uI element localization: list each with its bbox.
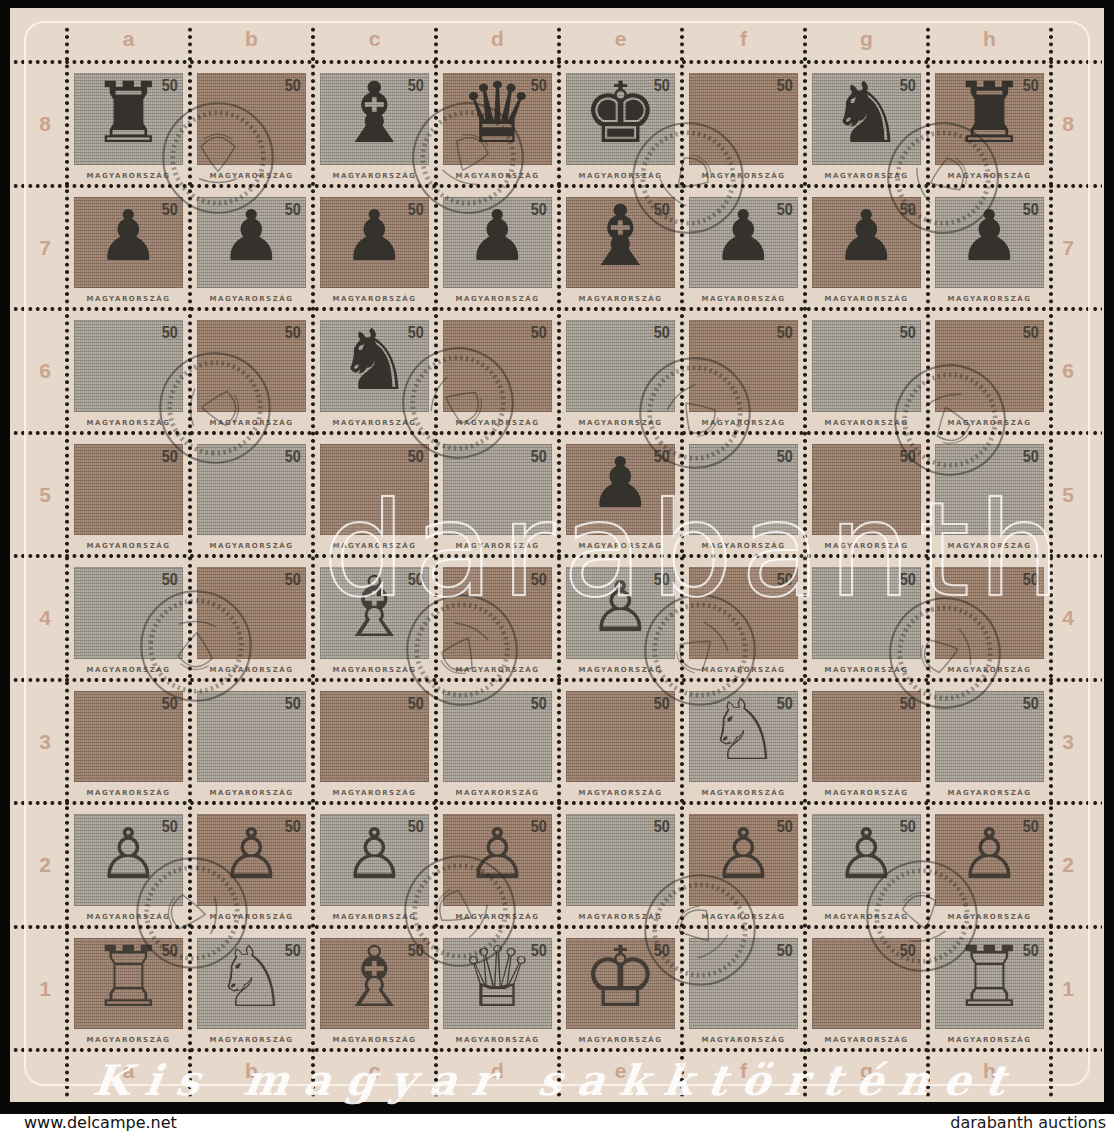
stamp-country-name: MAGYARORSZÁG <box>805 295 928 303</box>
stamp-country-name: MAGYARORSZÁG <box>682 666 805 674</box>
dark-square-design: 50♟ <box>74 197 183 289</box>
light-square-design: 50♗ <box>320 567 429 659</box>
stamp-square-h3: 50MAGYARORSZÁG <box>928 680 1051 804</box>
file-label-top-a: a <box>109 27 149 51</box>
perforation-column-4 <box>556 26 562 1100</box>
piece-white-bishop: ♗ <box>320 567 429 647</box>
stamp-square-d6: 50MAGYARORSZÁG <box>436 309 559 433</box>
dark-square-design: 50 <box>812 691 921 783</box>
stamp-denomination: 50 <box>654 694 670 714</box>
dark-square-design: 50 <box>566 691 675 783</box>
dark-square-design: 50 <box>74 691 183 783</box>
stamp-country-name: MAGYARORSZÁG <box>559 789 682 797</box>
piece-white-pawn: ♙ <box>935 814 1044 894</box>
dark-square-design: 50 <box>197 320 306 412</box>
stamp-square-g6: 50MAGYARORSZÁG <box>805 309 928 433</box>
light-square-design: 50♟ <box>935 197 1044 289</box>
stamp-square-d2: 50♙MAGYARORSZÁG <box>436 803 559 927</box>
light-square-design: 50♙ <box>320 814 429 906</box>
dark-square-design: 50♝ <box>566 197 675 289</box>
rank-label-left-6: 6 <box>25 359 65 383</box>
stamp-square-h5: 50MAGYARORSZÁG <box>928 433 1051 557</box>
stamp-country-name: MAGYARORSZÁG <box>190 1036 313 1044</box>
rank-label-left-7: 7 <box>25 236 65 260</box>
stamp-square-a3: 50MAGYARORSZÁG <box>67 680 190 804</box>
perforation-row-4 <box>12 553 1102 559</box>
stamp-country-name: MAGYARORSZÁG <box>928 1036 1051 1044</box>
stamp-denomination: 50 <box>531 694 547 714</box>
footer-left-text: www.delcampe.net <box>24 1113 177 1132</box>
file-label-bottom-a: a <box>109 1059 149 1083</box>
stamp-square-g7: 50♟MAGYARORSZÁG <box>805 186 928 310</box>
piece-black-knight: ♞ <box>812 73 921 153</box>
stamp-denomination: 50 <box>162 447 178 467</box>
stamp-denomination: 50 <box>654 817 670 837</box>
stamp-country-name: MAGYARORSZÁG <box>67 542 190 550</box>
piece-black-pawn: ♟ <box>197 197 306 277</box>
stamp-denomination: 50 <box>900 323 916 343</box>
light-square-design: 50 <box>812 567 921 659</box>
file-label-bottom-h: h <box>970 1059 1010 1083</box>
stamp-country-name: MAGYARORSZÁG <box>190 419 313 427</box>
perforation-column-3 <box>433 26 439 1100</box>
stamp-country-name: MAGYARORSZÁG <box>436 666 559 674</box>
stamp-square-b5: 50MAGYARORSZÁG <box>190 433 313 557</box>
dark-square-design: 50♟ <box>566 444 675 536</box>
rank-label-right-1: 1 <box>1048 977 1088 1001</box>
piece-white-pawn: ♙ <box>74 814 183 894</box>
file-label-bottom-b: b <box>232 1059 272 1083</box>
rank-label-right-7: 7 <box>1048 236 1088 260</box>
piece-white-pawn: ♙ <box>566 567 675 647</box>
perforation-column-6 <box>802 26 808 1100</box>
stamp-denomination: 50 <box>900 447 916 467</box>
piece-black-king: ♚ <box>566 73 675 153</box>
dark-square-design: 50♖ <box>74 938 183 1030</box>
light-square-design: 50♘ <box>689 691 798 783</box>
stamp-denomination: 50 <box>777 941 793 961</box>
piece-white-pawn: ♙ <box>812 814 921 894</box>
stamp-denomination: 50 <box>408 694 424 714</box>
stamp-country-name: MAGYARORSZÁG <box>67 295 190 303</box>
file-label-top-h: h <box>970 27 1010 51</box>
stamp-denomination: 50 <box>162 570 178 590</box>
stamp-square-a6: 50MAGYARORSZÁG <box>67 309 190 433</box>
stamp-country-name: MAGYARORSZÁG <box>928 666 1051 674</box>
stamp-country-name: MAGYARORSZÁG <box>682 172 805 180</box>
dark-square-design: 50 <box>935 320 1044 412</box>
stamp-denomination: 50 <box>777 323 793 343</box>
stamp-square-c5: 50MAGYARORSZÁG <box>313 433 436 557</box>
stamp-country-name: MAGYARORSZÁG <box>313 789 436 797</box>
stamp-country-name: MAGYARORSZÁG <box>559 542 682 550</box>
light-square-design: 50 <box>443 444 552 536</box>
rank-label-right-6: 6 <box>1048 359 1088 383</box>
stamp-square-c4: 50♗MAGYARORSZÁG <box>313 556 436 680</box>
piece-white-king: ♔ <box>566 938 675 1018</box>
dark-square-design: 50 <box>689 73 798 165</box>
stamp-country-name: MAGYARORSZÁG <box>682 1036 805 1044</box>
piece-white-bishop: ♗ <box>320 938 429 1018</box>
rank-label-right-8: 8 <box>1048 112 1088 136</box>
stamp-square-d7: 50♟MAGYARORSZÁG <box>436 186 559 310</box>
stamp-denomination: 50 <box>654 323 670 343</box>
stamp-country-name: MAGYARORSZÁG <box>682 295 805 303</box>
stamp-square-e3: 50MAGYARORSZÁG <box>559 680 682 804</box>
stamp-denomination: 50 <box>408 447 424 467</box>
stamp-country-name: MAGYARORSZÁG <box>928 913 1051 921</box>
stamp-country-name: MAGYARORSZÁG <box>67 419 190 427</box>
stamp-country-name: MAGYARORSZÁG <box>313 666 436 674</box>
piece-white-rook: ♖ <box>74 938 183 1018</box>
stamp-country-name: MAGYARORSZÁG <box>436 419 559 427</box>
stamp-country-name: MAGYARORSZÁG <box>67 1036 190 1044</box>
stamp-square-e6: 50MAGYARORSZÁG <box>559 309 682 433</box>
stamp-country-name: MAGYARORSZÁG <box>559 419 682 427</box>
stamp-square-h8: 50♜MAGYARORSZÁG <box>928 62 1051 186</box>
stamp-country-name: MAGYARORSZÁG <box>190 666 313 674</box>
perforation-column-2 <box>310 26 316 1100</box>
light-square-design: 50♟ <box>443 197 552 289</box>
stamp-square-f1: 50MAGYARORSZÁG <box>682 927 805 1051</box>
rank-label-right-4: 4 <box>1048 606 1088 630</box>
stamp-denomination: 50 <box>1023 694 1039 714</box>
stamp-country-name: MAGYARORSZÁG <box>313 419 436 427</box>
light-square-design: 50 <box>689 938 798 1030</box>
perforation-column-5 <box>679 26 685 1100</box>
dark-square-design: 50♙ <box>935 814 1044 906</box>
stamp-square-b3: 50MAGYARORSZÁG <box>190 680 313 804</box>
light-square-design: 50♜ <box>74 73 183 165</box>
piece-white-pawn: ♙ <box>689 814 798 894</box>
stamp-square-c3: 50MAGYARORSZÁG <box>313 680 436 804</box>
stamp-country-name: MAGYARORSZÁG <box>559 913 682 921</box>
rank-label-left-1: 1 <box>25 977 65 1001</box>
stamp-square-d8: 50♛MAGYARORSZÁG <box>436 62 559 186</box>
footer-right-text: darabanth auctions <box>950 1113 1106 1132</box>
piece-white-pawn: ♙ <box>443 814 552 894</box>
stamp-country-name: MAGYARORSZÁG <box>436 789 559 797</box>
stamp-square-c1: 50♗MAGYARORSZÁG <box>313 927 436 1051</box>
stamp-country-name: MAGYARORSZÁG <box>313 913 436 921</box>
piece-black-pawn: ♟ <box>74 197 183 277</box>
stamp-country-name: MAGYARORSZÁG <box>805 666 928 674</box>
stamp-denomination: 50 <box>285 76 301 96</box>
light-square-design: 50 <box>197 444 306 536</box>
stamp-square-h4: 50MAGYARORSZÁG <box>928 556 1051 680</box>
stamp-square-g1: 50MAGYARORSZÁG <box>805 927 928 1051</box>
stamp-denomination: 50 <box>777 76 793 96</box>
piece-black-knight: ♞ <box>320 320 429 400</box>
stamp-square-g5: 50MAGYARORSZÁG <box>805 433 928 557</box>
perforation-row-8 <box>12 1047 1102 1053</box>
stamp-country-name: MAGYARORSZÁG <box>805 172 928 180</box>
stamp-square-g8: 50♞MAGYARORSZÁG <box>805 62 928 186</box>
stamp-square-e4: 50♙MAGYARORSZÁG <box>559 556 682 680</box>
stamp-country-name: MAGYARORSZÁG <box>313 542 436 550</box>
light-square-design: 50♙ <box>566 567 675 659</box>
file-label-bottom-g: g <box>847 1059 887 1083</box>
rank-label-left-2: 2 <box>25 853 65 877</box>
stamp-square-h2: 50♙MAGYARORSZÁG <box>928 803 1051 927</box>
light-square-design: 50 <box>812 320 921 412</box>
stamp-country-name: MAGYARORSZÁG <box>805 1036 928 1044</box>
light-square-design: 50 <box>566 320 675 412</box>
piece-white-queen: ♕ <box>443 938 552 1018</box>
stamp-denomination: 50 <box>285 570 301 590</box>
stamp-square-c7: 50♟MAGYARORSZÁG <box>313 186 436 310</box>
piece-white-knight: ♘ <box>197 938 306 1018</box>
stamp-country-name: MAGYARORSZÁG <box>682 542 805 550</box>
stamp-country-name: MAGYARORSZÁG <box>190 172 313 180</box>
dark-square-design: 50♗ <box>320 938 429 1030</box>
footer-strip: www.delcampe.net darabanth auctions <box>0 1114 1114 1132</box>
stamp-square-d5: 50MAGYARORSZÁG <box>436 433 559 557</box>
stamp-sheet-photo: 50♜MAGYARORSZÁG50MAGYARORSZÁG50♝MAGYAROR… <box>0 0 1114 1132</box>
piece-black-pawn: ♟ <box>812 197 921 277</box>
file-label-top-g: g <box>847 27 887 51</box>
stamp-square-a2: 50♙MAGYARORSZÁG <box>67 803 190 927</box>
stamp-square-f6: 50MAGYARORSZÁG <box>682 309 805 433</box>
stamp-country-name: MAGYARORSZÁG <box>682 913 805 921</box>
dark-square-design: 50 <box>320 444 429 536</box>
stamp-square-d1: 50♕MAGYARORSZÁG <box>436 927 559 1051</box>
stamp-square-a5: 50MAGYARORSZÁG <box>67 433 190 557</box>
stamp-square-g4: 50MAGYARORSZÁG <box>805 556 928 680</box>
rank-label-right-5: 5 <box>1048 483 1088 507</box>
light-square-design: 50♙ <box>812 814 921 906</box>
stamp-country-name: MAGYARORSZÁG <box>67 789 190 797</box>
stamp-denomination: 50 <box>900 941 916 961</box>
stamp-square-b4: 50MAGYARORSZÁG <box>190 556 313 680</box>
stamp-country-name: MAGYARORSZÁG <box>67 666 190 674</box>
stamp-country-name: MAGYARORSZÁG <box>190 789 313 797</box>
dark-square-design: 50 <box>812 938 921 1030</box>
stamp-denomination: 50 <box>777 570 793 590</box>
stamp-square-f5: 50MAGYARORSZÁG <box>682 433 805 557</box>
dark-square-design: 50♙ <box>443 814 552 906</box>
rank-label-left-3: 3 <box>25 730 65 754</box>
stamp-square-e1: 50♔MAGYARORSZÁG <box>559 927 682 1051</box>
stamp-denomination: 50 <box>900 694 916 714</box>
dark-square-design: 50 <box>689 567 798 659</box>
dark-square-design: 50 <box>443 320 552 412</box>
light-square-design: 50♚ <box>566 73 675 165</box>
stamp-square-e8: 50♚MAGYARORSZÁG <box>559 62 682 186</box>
file-label-top-d: d <box>478 27 518 51</box>
dark-square-design: 50♟ <box>812 197 921 289</box>
stamp-square-b1: 50♘MAGYARORSZÁG <box>190 927 313 1051</box>
perforation-column-7 <box>925 26 931 1100</box>
piece-white-rook: ♖ <box>935 938 1044 1018</box>
stamp-denomination: 50 <box>531 323 547 343</box>
piece-black-queen: ♛ <box>443 73 552 153</box>
stamp-country-name: MAGYARORSZÁG <box>805 913 928 921</box>
piece-black-pawn: ♟ <box>689 197 798 277</box>
stamp-denomination: 50 <box>777 447 793 467</box>
stamp-country-name: MAGYARORSZÁG <box>190 913 313 921</box>
stamp-denomination: 50 <box>1023 570 1039 590</box>
stamp-square-b2: 50♙MAGYARORSZÁG <box>190 803 313 927</box>
stamp-country-name: MAGYARORSZÁG <box>436 542 559 550</box>
file-label-top-e: e <box>601 27 641 51</box>
dark-square-design: 50 <box>197 73 306 165</box>
stamp-square-a4: 50MAGYARORSZÁG <box>67 556 190 680</box>
light-square-design: 50♙ <box>74 814 183 906</box>
stamp-square-c2: 50♙MAGYARORSZÁG <box>313 803 436 927</box>
dark-square-design: 50♔ <box>566 938 675 1030</box>
stamp-square-c6: 50♞MAGYARORSZÁG <box>313 309 436 433</box>
stamp-sheet: 50♜MAGYARORSZÁG50MAGYARORSZÁG50♝MAGYAROR… <box>10 8 1104 1102</box>
stamp-denomination: 50 <box>162 323 178 343</box>
perforation-row-6 <box>12 800 1102 806</box>
light-square-design: 50 <box>935 691 1044 783</box>
stamp-square-e2: 50MAGYARORSZÁG <box>559 803 682 927</box>
stamp-square-e5: 50♟MAGYARORSZÁG <box>559 433 682 557</box>
stamp-denomination: 50 <box>285 323 301 343</box>
light-square-design: 50 <box>443 691 552 783</box>
light-square-design: 50♟ <box>197 197 306 289</box>
stamp-square-g2: 50♙MAGYARORSZÁG <box>805 803 928 927</box>
stamp-country-name: MAGYARORSZÁG <box>67 172 190 180</box>
light-square-design: 50♖ <box>935 938 1044 1030</box>
stamp-square-f4: 50MAGYARORSZÁG <box>682 556 805 680</box>
rank-label-left-8: 8 <box>25 112 65 136</box>
stamp-square-b6: 50MAGYARORSZÁG <box>190 309 313 433</box>
rank-label-right-3: 3 <box>1048 730 1088 754</box>
stamp-square-a8: 50♜MAGYARORSZÁG <box>67 62 190 186</box>
file-label-bottom-c: c <box>355 1059 395 1083</box>
file-label-bottom-f: f <box>724 1059 764 1083</box>
dark-square-design: 50♟ <box>320 197 429 289</box>
stamp-square-f2: 50♙MAGYARORSZÁG <box>682 803 805 927</box>
file-label-top-b: b <box>232 27 272 51</box>
stamp-country-name: MAGYARORSZÁG <box>805 789 928 797</box>
light-square-design: 50♕ <box>443 938 552 1030</box>
stamp-denomination: 50 <box>162 694 178 714</box>
stamp-country-name: MAGYARORSZÁG <box>436 913 559 921</box>
dark-square-design: 50 <box>197 567 306 659</box>
dark-square-design: 50 <box>689 320 798 412</box>
dark-square-design: 50 <box>935 567 1044 659</box>
stamp-square-d4: 50MAGYARORSZÁG <box>436 556 559 680</box>
stamp-denomination: 50 <box>531 570 547 590</box>
piece-black-rook: ♜ <box>74 73 183 153</box>
dark-square-design: 50♙ <box>197 814 306 906</box>
light-square-design: 50♝ <box>320 73 429 165</box>
stamp-country-name: MAGYARORSZÁG <box>559 666 682 674</box>
file-label-bottom-d: d <box>478 1059 518 1083</box>
rank-label-left-5: 5 <box>25 483 65 507</box>
dark-square-design: 50♛ <box>443 73 552 165</box>
stamp-square-h1: 50♖MAGYARORSZÁG <box>928 927 1051 1051</box>
file-label-bottom-e: e <box>601 1059 641 1083</box>
stamp-square-b7: 50♟MAGYARORSZÁG <box>190 186 313 310</box>
stamp-square-h6: 50MAGYARORSZÁG <box>928 309 1051 433</box>
piece-black-pawn: ♟ <box>566 444 675 524</box>
light-square-design: 50♞ <box>320 320 429 412</box>
stamp-square-f7: 50♟MAGYARORSZÁG <box>682 186 805 310</box>
stamp-denomination: 50 <box>1023 323 1039 343</box>
stamp-square-b8: 50MAGYARORSZÁG <box>190 62 313 186</box>
light-square-design: 50 <box>74 320 183 412</box>
stamp-country-name: MAGYARORSZÁG <box>67 913 190 921</box>
stamp-denomination: 50 <box>1023 447 1039 467</box>
stamp-country-name: MAGYARORSZÁG <box>313 1036 436 1044</box>
stamp-square-f8: 50MAGYARORSZÁG <box>682 62 805 186</box>
stamp-country-name: MAGYARORSZÁG <box>805 419 928 427</box>
dark-square-design: 50♜ <box>935 73 1044 165</box>
rank-label-right-2: 2 <box>1048 853 1088 877</box>
light-square-design: 50♘ <box>197 938 306 1030</box>
stamp-country-name: MAGYARORSZÁG <box>682 419 805 427</box>
piece-white-pawn: ♙ <box>320 814 429 894</box>
piece-black-pawn: ♟ <box>443 197 552 277</box>
stamp-square-g3: 50MAGYARORSZÁG <box>805 680 928 804</box>
stamp-country-name: MAGYARORSZÁG <box>559 172 682 180</box>
light-square-design: 50♟ <box>689 197 798 289</box>
stamp-country-name: MAGYARORSZÁG <box>436 295 559 303</box>
stamp-country-name: MAGYARORSZÁG <box>928 172 1051 180</box>
dark-square-design: 50 <box>320 691 429 783</box>
stamp-denomination: 50 <box>531 447 547 467</box>
stamp-denomination: 50 <box>285 694 301 714</box>
dark-square-design: 50♙ <box>689 814 798 906</box>
stamp-country-name: MAGYARORSZÁG <box>559 1036 682 1044</box>
stamp-country-name: MAGYARORSZÁG <box>805 542 928 550</box>
stamp-square-a1: 50♖MAGYARORSZÁG <box>67 927 190 1051</box>
piece-black-pawn: ♟ <box>320 197 429 277</box>
stamp-country-name: MAGYARORSZÁG <box>928 295 1051 303</box>
dark-square-design: 50 <box>443 567 552 659</box>
file-label-top-f: f <box>724 27 764 51</box>
perforation-column-8 <box>1048 26 1054 1100</box>
stamp-country-name: MAGYARORSZÁG <box>190 295 313 303</box>
stamp-square-a7: 50♟MAGYARORSZÁG <box>67 186 190 310</box>
stamp-country-name: MAGYARORSZÁG <box>928 542 1051 550</box>
stamp-denomination: 50 <box>900 570 916 590</box>
stamp-square-f3: 50♘MAGYARORSZÁG <box>682 680 805 804</box>
stamp-country-name: MAGYARORSZÁG <box>190 542 313 550</box>
dark-square-design: 50 <box>812 444 921 536</box>
light-square-design: 50 <box>689 444 798 536</box>
piece-white-knight: ♘ <box>689 691 798 771</box>
stamp-country-name: MAGYARORSZÁG <box>436 1036 559 1044</box>
light-square-design: 50♞ <box>812 73 921 165</box>
piece-black-pawn: ♟ <box>935 197 1044 277</box>
stamp-square-c8: 50♝MAGYARORSZÁG <box>313 62 436 186</box>
light-square-design: 50 <box>74 567 183 659</box>
stamp-denomination: 50 <box>285 447 301 467</box>
light-square-design: 50 <box>197 691 306 783</box>
stamp-country-name: MAGYARORSZÁG <box>313 295 436 303</box>
stamp-country-name: MAGYARORSZÁG <box>928 419 1051 427</box>
piece-black-rook: ♜ <box>935 73 1044 153</box>
dark-square-design: 50 <box>74 444 183 536</box>
file-label-top-c: c <box>355 27 395 51</box>
perforation-row-7 <box>12 924 1102 930</box>
stamp-square-e7: 50♝MAGYARORSZÁG <box>559 186 682 310</box>
stamp-square-h7: 50♟MAGYARORSZÁG <box>928 186 1051 310</box>
stamp-country-name: MAGYARORSZÁG <box>559 295 682 303</box>
stamp-country-name: MAGYARORSZÁG <box>682 789 805 797</box>
stamp-country-name: MAGYARORSZÁG <box>313 172 436 180</box>
light-square-design: 50 <box>566 814 675 906</box>
light-square-design: 50 <box>935 444 1044 536</box>
rank-label-left-4: 4 <box>25 606 65 630</box>
piece-black-bishop: ♝ <box>320 73 429 153</box>
stamp-country-name: MAGYARORSZÁG <box>928 789 1051 797</box>
